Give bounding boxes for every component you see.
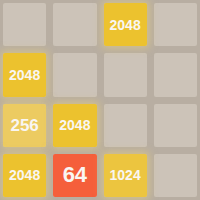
empty-cell-r2c3 — [104, 53, 147, 96]
cell-r2c1: 2048 — [3, 53, 46, 96]
cell-r4c2: 64 — [53, 154, 96, 197]
empty-cell-r1c4 — [154, 3, 197, 46]
cell-r4c1: 2048 — [3, 154, 46, 197]
cell-r3c1: 256 — [3, 104, 46, 147]
empty-cell-r2c2 — [53, 53, 96, 96]
game-board-2048[interactable]: 2048204825620482048641024 — [0, 0, 200, 200]
empty-cell-r3c3 — [104, 104, 147, 147]
empty-cell-r1c1 — [3, 3, 46, 46]
tile-2048: 2048 — [3, 53, 46, 96]
tile-2048: 2048 — [3, 154, 46, 197]
tile-2048: 2048 — [53, 104, 96, 147]
empty-cell-r2c4 — [154, 53, 197, 96]
empty-cell-r4c4 — [154, 154, 197, 197]
empty-cell-r3c4 — [154, 104, 197, 147]
cell-r3c2: 2048 — [53, 104, 96, 147]
tile-1024: 1024 — [104, 154, 147, 197]
tile-64: 64 — [53, 154, 96, 197]
cell-r1c3: 2048 — [104, 3, 147, 46]
tile-256: 256 — [3, 104, 46, 147]
cell-r4c3: 1024 — [104, 154, 147, 197]
empty-cell-r1c2 — [53, 3, 96, 46]
tile-2048: 2048 — [104, 3, 147, 46]
